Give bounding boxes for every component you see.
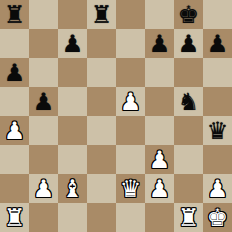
square-b4[interactable] bbox=[29, 116, 58, 145]
square-e3[interactable] bbox=[116, 145, 145, 174]
black-knight[interactable]: ♞ bbox=[178, 90, 200, 114]
square-e1[interactable] bbox=[116, 203, 145, 232]
square-h1[interactable]: ♚ bbox=[203, 203, 232, 232]
square-e7[interactable] bbox=[116, 29, 145, 58]
white-pawn[interactable]: ♟ bbox=[33, 177, 55, 201]
square-g6[interactable] bbox=[174, 58, 203, 87]
white-pawn[interactable]: ♟ bbox=[149, 177, 171, 201]
white-rook[interactable]: ♜ bbox=[178, 206, 200, 230]
square-e4[interactable] bbox=[116, 116, 145, 145]
square-h3[interactable] bbox=[203, 145, 232, 174]
black-king[interactable]: ♚ bbox=[178, 3, 200, 27]
square-b1[interactable] bbox=[29, 203, 58, 232]
square-h2[interactable]: ♟ bbox=[203, 174, 232, 203]
square-a3[interactable] bbox=[0, 145, 29, 174]
square-b5[interactable]: ♟ bbox=[29, 87, 58, 116]
square-c8[interactable] bbox=[58, 0, 87, 29]
square-a7[interactable] bbox=[0, 29, 29, 58]
square-g5[interactable]: ♞ bbox=[174, 87, 203, 116]
square-d4[interactable] bbox=[87, 116, 116, 145]
white-rook[interactable]: ♜ bbox=[4, 206, 26, 230]
square-d2[interactable] bbox=[87, 174, 116, 203]
black-pawn[interactable]: ♟ bbox=[33, 90, 55, 114]
square-h6[interactable] bbox=[203, 58, 232, 87]
square-a5[interactable] bbox=[0, 87, 29, 116]
square-g8[interactable]: ♚ bbox=[174, 0, 203, 29]
square-b3[interactable] bbox=[29, 145, 58, 174]
square-c7[interactable]: ♟ bbox=[58, 29, 87, 58]
square-b8[interactable] bbox=[29, 0, 58, 29]
square-f2[interactable]: ♟ bbox=[145, 174, 174, 203]
black-pawn[interactable]: ♟ bbox=[4, 61, 26, 85]
black-pawn[interactable]: ♟ bbox=[207, 32, 229, 56]
square-h4[interactable]: ♛ bbox=[203, 116, 232, 145]
square-b2[interactable]: ♟ bbox=[29, 174, 58, 203]
square-f3[interactable]: ♟ bbox=[145, 145, 174, 174]
square-e5[interactable]: ♟ bbox=[116, 87, 145, 116]
square-b6[interactable] bbox=[29, 58, 58, 87]
square-h7[interactable]: ♟ bbox=[203, 29, 232, 58]
square-h5[interactable] bbox=[203, 87, 232, 116]
square-d3[interactable] bbox=[87, 145, 116, 174]
square-f4[interactable] bbox=[145, 116, 174, 145]
square-d5[interactable] bbox=[87, 87, 116, 116]
square-a1[interactable]: ♜ bbox=[0, 203, 29, 232]
black-queen[interactable]: ♛ bbox=[207, 119, 229, 143]
square-c6[interactable] bbox=[58, 58, 87, 87]
square-f5[interactable] bbox=[145, 87, 174, 116]
square-g2[interactable] bbox=[174, 174, 203, 203]
square-f6[interactable] bbox=[145, 58, 174, 87]
square-d1[interactable] bbox=[87, 203, 116, 232]
white-queen[interactable]: ♛ bbox=[120, 177, 142, 201]
chess-board: ♜♜♚♟♟♟♟♟♟♟♞♟♛♟♟♝♛♟♟♜♜♚ bbox=[0, 0, 232, 232]
black-pawn[interactable]: ♟ bbox=[149, 32, 171, 56]
square-c2[interactable]: ♝ bbox=[58, 174, 87, 203]
square-c1[interactable] bbox=[58, 203, 87, 232]
square-d6[interactable] bbox=[87, 58, 116, 87]
square-a6[interactable]: ♟ bbox=[0, 58, 29, 87]
square-a4[interactable]: ♟ bbox=[0, 116, 29, 145]
square-g4[interactable] bbox=[174, 116, 203, 145]
white-king[interactable]: ♚ bbox=[207, 206, 229, 230]
square-g3[interactable] bbox=[174, 145, 203, 174]
white-pawn[interactable]: ♟ bbox=[207, 177, 229, 201]
square-h8[interactable] bbox=[203, 0, 232, 29]
white-pawn[interactable]: ♟ bbox=[149, 148, 171, 172]
square-c3[interactable] bbox=[58, 145, 87, 174]
square-f8[interactable] bbox=[145, 0, 174, 29]
black-pawn[interactable]: ♟ bbox=[62, 32, 84, 56]
square-a8[interactable]: ♜ bbox=[0, 0, 29, 29]
square-g1[interactable]: ♜ bbox=[174, 203, 203, 232]
square-e6[interactable] bbox=[116, 58, 145, 87]
square-b7[interactable] bbox=[29, 29, 58, 58]
white-pawn[interactable]: ♟ bbox=[4, 119, 26, 143]
square-e2[interactable]: ♛ bbox=[116, 174, 145, 203]
square-f7[interactable]: ♟ bbox=[145, 29, 174, 58]
white-bishop[interactable]: ♝ bbox=[62, 177, 84, 201]
black-pawn[interactable]: ♟ bbox=[178, 32, 200, 56]
white-pawn[interactable]: ♟ bbox=[120, 90, 142, 114]
square-a2[interactable] bbox=[0, 174, 29, 203]
square-c5[interactable] bbox=[58, 87, 87, 116]
square-d8[interactable]: ♜ bbox=[87, 0, 116, 29]
square-g7[interactable]: ♟ bbox=[174, 29, 203, 58]
black-rook[interactable]: ♜ bbox=[4, 3, 26, 27]
square-c4[interactable] bbox=[58, 116, 87, 145]
square-f1[interactable] bbox=[145, 203, 174, 232]
square-e8[interactable] bbox=[116, 0, 145, 29]
square-d7[interactable] bbox=[87, 29, 116, 58]
black-rook[interactable]: ♜ bbox=[91, 3, 113, 27]
